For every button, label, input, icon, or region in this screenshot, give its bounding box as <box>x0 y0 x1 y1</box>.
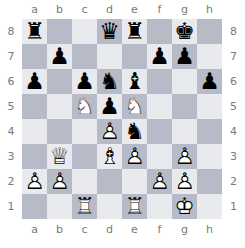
rank-6-label: 6 <box>0 69 22 94</box>
chess-diagram: abcdefgh 87654321 ♜♛♜♚♟♟♟♟♟♞♝♟♞♘♟♞♘♟♙♞♛♕… <box>0 0 245 248</box>
black-pawn-glyph: ♟ <box>197 69 222 94</box>
rank-3-label: 3 <box>0 144 22 169</box>
black-pawn: ♟ <box>72 69 97 94</box>
black-pawn-glyph: ♟ <box>72 69 97 94</box>
rank-1-label: 1 <box>0 194 22 219</box>
square-h5[interactable] <box>197 94 222 119</box>
rank-7-label: 7 <box>222 44 245 69</box>
square-h8[interactable] <box>197 19 222 44</box>
rank-2-label: 2 <box>0 169 22 194</box>
square-f3[interactable] <box>147 144 172 169</box>
square-a6[interactable]: ♟ <box>22 69 47 94</box>
square-g6[interactable] <box>172 69 197 94</box>
white-queen-outline-glyph: ♕ <box>47 144 72 169</box>
white-king-outline-glyph: ♔ <box>172 194 197 219</box>
white-knight-outline-glyph: ♘ <box>72 94 97 119</box>
rank-6-label: 6 <box>222 69 245 94</box>
square-h4[interactable] <box>197 119 222 144</box>
white-pawn-outline-glyph: ♙ <box>47 169 72 194</box>
square-a5[interactable] <box>22 94 47 119</box>
black-knight: ♞ <box>97 69 122 94</box>
file-c-label: c <box>72 219 97 248</box>
file-labels-bottom: abcdefgh <box>22 219 222 248</box>
square-c2[interactable] <box>72 169 97 194</box>
square-g2[interactable]: ♟♙ <box>172 169 197 194</box>
square-d4[interactable]: ♟♙ <box>97 119 122 144</box>
black-king-glyph: ♚ <box>172 19 197 44</box>
file-f-label: f <box>147 219 172 248</box>
white-knight: ♞♘ <box>72 94 97 119</box>
rank-labels-left: 87654321 <box>0 19 22 219</box>
square-c5[interactable]: ♞♘ <box>72 94 97 119</box>
square-a2[interactable]: ♟♙ <box>22 169 47 194</box>
rank-1-label: 1 <box>222 194 245 219</box>
square-c6[interactable]: ♟ <box>72 69 97 94</box>
white-queen: ♛♕ <box>47 144 72 169</box>
square-f4[interactable] <box>147 119 172 144</box>
square-e2[interactable] <box>122 169 147 194</box>
white-bishop-outline-glyph: ♗ <box>97 144 122 169</box>
square-a3[interactable] <box>22 144 47 169</box>
square-e5[interactable]: ♞♘ <box>122 94 147 119</box>
square-g5[interactable] <box>172 94 197 119</box>
rank-labels-right: 87654321 <box>222 19 245 219</box>
rank-2-label: 2 <box>222 169 245 194</box>
white-rook-outline-glyph: ♖ <box>72 194 97 219</box>
square-f2[interactable]: ♟♙ <box>147 169 172 194</box>
square-d7[interactable] <box>97 44 122 69</box>
square-h7[interactable] <box>197 44 222 69</box>
black-knight: ♞ <box>122 119 147 144</box>
black-king: ♚ <box>172 19 197 44</box>
rank-5-label: 5 <box>222 94 245 119</box>
square-e1[interactable]: ♜♖ <box>122 194 147 219</box>
square-h3[interactable] <box>197 144 222 169</box>
file-labels-top: abcdefgh <box>22 0 222 19</box>
white-pawn-outline-glyph: ♙ <box>172 144 197 169</box>
white-knight: ♞♘ <box>122 94 147 119</box>
white-pawn: ♟♙ <box>122 144 147 169</box>
square-d5[interactable]: ♟ <box>97 94 122 119</box>
square-c7[interactable] <box>72 44 97 69</box>
square-e3[interactable]: ♟♙ <box>122 144 147 169</box>
white-pawn-outline-glyph: ♙ <box>97 119 122 144</box>
black-rook: ♜ <box>122 19 147 44</box>
square-d8[interactable]: ♛ <box>97 19 122 44</box>
square-c4[interactable] <box>72 119 97 144</box>
black-knight-glyph: ♞ <box>122 119 147 144</box>
white-pawn-outline-glyph: ♙ <box>172 169 197 194</box>
file-f-label: f <box>147 0 172 19</box>
file-g-label: g <box>172 0 197 19</box>
square-a4[interactable] <box>22 119 47 144</box>
chess-board: ♜♛♜♚♟♟♟♟♟♞♝♟♞♘♟♞♘♟♙♞♛♕♝♗♟♙♟♙♟♙♟♙♟♙♟♙♜♖♜♖… <box>22 19 222 219</box>
square-b4[interactable] <box>47 119 72 144</box>
square-b2[interactable]: ♟♙ <box>47 169 72 194</box>
black-pawn: ♟ <box>197 69 222 94</box>
file-d-label: d <box>97 219 122 248</box>
square-h6[interactable]: ♟ <box>197 69 222 94</box>
file-h-label: h <box>197 0 222 19</box>
file-a-label: a <box>22 0 47 19</box>
black-bishop-glyph: ♝ <box>122 69 147 94</box>
square-a8[interactable]: ♜ <box>22 19 47 44</box>
white-rook-outline-glyph: ♖ <box>122 194 147 219</box>
black-rook-glyph: ♜ <box>22 19 47 44</box>
file-e-label: e <box>122 0 147 19</box>
file-e-label: e <box>122 219 147 248</box>
file-a-label: a <box>22 219 47 248</box>
square-d2[interactable] <box>97 169 122 194</box>
white-pawn: ♟♙ <box>22 169 47 194</box>
square-h2[interactable] <box>197 169 222 194</box>
rank-5-label: 5 <box>0 94 22 119</box>
square-e6[interactable]: ♝ <box>122 69 147 94</box>
square-a1[interactable] <box>22 194 47 219</box>
rank-4-label: 4 <box>222 119 245 144</box>
file-b-label: b <box>47 0 72 19</box>
square-b1[interactable] <box>47 194 72 219</box>
file-b-label: b <box>47 219 72 248</box>
square-b5[interactable] <box>47 94 72 119</box>
square-f5[interactable] <box>147 94 172 119</box>
black-rook: ♜ <box>22 19 47 44</box>
square-c1[interactable]: ♜♖ <box>72 194 97 219</box>
square-g8[interactable]: ♚ <box>172 19 197 44</box>
white-pawn-outline-glyph: ♙ <box>147 169 172 194</box>
white-pawn: ♟♙ <box>172 169 197 194</box>
square-c3[interactable] <box>72 144 97 169</box>
rank-8-label: 8 <box>222 19 245 44</box>
square-f6[interactable] <box>147 69 172 94</box>
square-f7[interactable]: ♟ <box>147 44 172 69</box>
square-g3[interactable]: ♟♙ <box>172 144 197 169</box>
square-f8[interactable] <box>147 19 172 44</box>
square-b6[interactable] <box>47 69 72 94</box>
square-d6[interactable]: ♞ <box>97 69 122 94</box>
white-rook: ♜♖ <box>72 194 97 219</box>
black-queen: ♛ <box>97 19 122 44</box>
black-pawn: ♟ <box>172 44 197 69</box>
file-d-label: d <box>97 0 122 19</box>
white-pawn: ♟♙ <box>47 169 72 194</box>
rank-7-label: 7 <box>0 44 22 69</box>
black-pawn: ♟ <box>22 69 47 94</box>
black-pawn-glyph: ♟ <box>172 44 197 69</box>
white-knight-outline-glyph: ♘ <box>122 94 147 119</box>
white-bishop: ♝♗ <box>97 144 122 169</box>
black-pawn: ♟ <box>47 44 72 69</box>
square-f1[interactable] <box>147 194 172 219</box>
square-c8[interactable] <box>72 19 97 44</box>
square-e8[interactable]: ♜ <box>122 19 147 44</box>
black-pawn: ♟ <box>97 94 122 119</box>
rank-3-label: 3 <box>222 144 245 169</box>
square-g4[interactable] <box>172 119 197 144</box>
black-pawn-glyph: ♟ <box>147 44 172 69</box>
black-queen-glyph: ♛ <box>97 19 122 44</box>
square-g1[interactable]: ♚♔ <box>172 194 197 219</box>
rank-8-label: 8 <box>0 19 22 44</box>
file-g-label: g <box>172 219 197 248</box>
square-a7[interactable] <box>22 44 47 69</box>
square-d1[interactable] <box>97 194 122 219</box>
square-b7[interactable]: ♟ <box>47 44 72 69</box>
white-pawn: ♟♙ <box>147 169 172 194</box>
black-pawn-glyph: ♟ <box>22 69 47 94</box>
black-pawn-glyph: ♟ <box>47 44 72 69</box>
white-rook: ♜♖ <box>122 194 147 219</box>
square-h1[interactable] <box>197 194 222 219</box>
black-rook-glyph: ♜ <box>122 19 147 44</box>
square-b8[interactable] <box>47 19 72 44</box>
black-bishop: ♝ <box>122 69 147 94</box>
square-g7[interactable]: ♟ <box>172 44 197 69</box>
white-pawn-outline-glyph: ♙ <box>22 169 47 194</box>
black-pawn-glyph: ♟ <box>97 94 122 119</box>
black-pawn: ♟ <box>147 44 172 69</box>
square-e4[interactable]: ♞ <box>122 119 147 144</box>
square-b3[interactable]: ♛♕ <box>47 144 72 169</box>
white-pawn: ♟♙ <box>97 119 122 144</box>
black-knight-glyph: ♞ <box>97 69 122 94</box>
square-e7[interactable] <box>122 44 147 69</box>
white-king: ♚♔ <box>172 194 197 219</box>
file-c-label: c <box>72 0 97 19</box>
white-pawn: ♟♙ <box>172 144 197 169</box>
file-h-label: h <box>197 219 222 248</box>
square-d3[interactable]: ♝♗ <box>97 144 122 169</box>
rank-4-label: 4 <box>0 119 22 144</box>
white-pawn-outline-glyph: ♙ <box>122 144 147 169</box>
